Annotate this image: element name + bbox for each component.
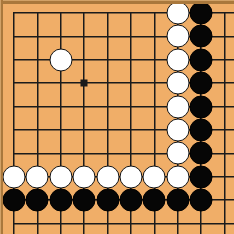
intersection-r3-c7[interactable]: [143, 48, 166, 71]
intersection-r7-c1[interactable]: [2, 142, 25, 165]
intersection-r3-c5[interactable]: [96, 48, 119, 71]
intersection-r5-c9[interactable]: [189, 95, 212, 118]
intersection-r5-c2[interactable]: [26, 95, 49, 118]
white-stone: [166, 72, 189, 95]
intersection-r8-c1[interactable]: [2, 165, 25, 188]
intersection-r10-c4[interactable]: [72, 212, 95, 234]
intersection-r4-c2[interactable]: [26, 71, 49, 94]
intersection-r6-c4[interactable]: [72, 118, 95, 141]
black-stone: [2, 189, 25, 212]
intersection-r4-c7[interactable]: [143, 71, 166, 94]
white-stone: [166, 1, 189, 24]
intersection-r1-c3[interactable]: [49, 1, 72, 24]
intersection-r10-c2[interactable]: [26, 212, 49, 234]
intersection-r3-c4[interactable]: [72, 48, 95, 71]
intersection-r8-c5[interactable]: [96, 165, 119, 188]
intersection-r2-c10[interactable]: [213, 25, 234, 48]
intersection-r9-c1[interactable]: [2, 188, 25, 211]
white-stone: [166, 118, 189, 141]
intersection-r8-c8[interactable]: [166, 165, 189, 188]
intersection-r7-c7[interactable]: [143, 142, 166, 165]
intersection-r4-c1[interactable]: [2, 71, 25, 94]
intersection-r8-c2[interactable]: [26, 165, 49, 188]
intersection-r1-c1[interactable]: [2, 1, 25, 24]
black-stone: [190, 189, 213, 212]
intersection-r5-c6[interactable]: [119, 95, 142, 118]
intersection-r7-c5[interactable]: [96, 142, 119, 165]
intersection-r10-c5[interactable]: [96, 212, 119, 234]
intersection-r9-c3[interactable]: [49, 188, 72, 211]
intersection-r2-c5[interactable]: [96, 25, 119, 48]
intersection-r4-c3[interactable]: [49, 71, 72, 94]
white-stone: [26, 165, 49, 188]
intersection-r6-c9[interactable]: [189, 118, 212, 141]
intersection-r4-c6[interactable]: [119, 71, 142, 94]
intersection-r2-c9[interactable]: [189, 25, 212, 48]
intersection-r7-c8[interactable]: [166, 142, 189, 165]
intersection-r1-c10[interactable]: [213, 1, 234, 24]
intersection-r9-c4[interactable]: [72, 188, 95, 211]
intersection-r9-c10[interactable]: [213, 188, 234, 211]
intersection-r9-c9[interactable]: [189, 188, 212, 211]
intersection-r2-c2[interactable]: [26, 25, 49, 48]
intersection-r8-c10[interactable]: [213, 165, 234, 188]
intersection-r10-c6[interactable]: [119, 212, 142, 234]
intersection-r8-c3[interactable]: [49, 165, 72, 188]
intersection-r6-c2[interactable]: [26, 118, 49, 141]
intersection-r8-c9[interactable]: [189, 165, 212, 188]
black-stone: [190, 72, 213, 95]
black-stone: [190, 25, 213, 48]
intersection-r3-c2[interactable]: [26, 48, 49, 71]
intersection-r6-c5[interactable]: [96, 118, 119, 141]
intersection-r6-c3[interactable]: [49, 118, 72, 141]
intersection-r7-c9[interactable]: [189, 142, 212, 165]
intersection-r4-c4[interactable]: [72, 71, 95, 94]
star-point-marker: [81, 80, 88, 87]
intersection-r5-c1[interactable]: [2, 95, 25, 118]
black-stone: [190, 118, 213, 141]
intersection-r4-c10[interactable]: [213, 71, 234, 94]
intersection-r5-c4[interactable]: [72, 95, 95, 118]
intersection-r8-c6[interactable]: [119, 165, 142, 188]
white-stone: [2, 165, 25, 188]
black-stone: [190, 165, 213, 188]
intersection-r9-c2[interactable]: [26, 188, 49, 211]
black-stone: [166, 189, 189, 212]
black-stone: [26, 189, 49, 212]
intersection-r7-c6[interactable]: [119, 142, 142, 165]
intersection-r4-c8[interactable]: [166, 71, 189, 94]
intersection-r5-c8[interactable]: [166, 95, 189, 118]
intersection-r8-c7[interactable]: [143, 165, 166, 188]
intersection-r10-c8[interactable]: [166, 212, 189, 234]
intersection-r3-c1[interactable]: [2, 48, 25, 71]
intersection-r6-c8[interactable]: [166, 118, 189, 141]
intersection-r4-c5[interactable]: [96, 71, 119, 94]
white-stone: [96, 165, 119, 188]
go-board-grid: [2, 1, 234, 234]
intersection-r8-c4[interactable]: [72, 165, 95, 188]
intersection-r7-c10[interactable]: [213, 142, 234, 165]
intersection-r1-c8[interactable]: [166, 1, 189, 24]
intersection-r1-c6[interactable]: [119, 1, 142, 24]
board-frame-top-edge: [0, 0, 234, 4]
intersection-r3-c6[interactable]: [119, 48, 142, 71]
intersection-r10-c3[interactable]: [49, 212, 72, 234]
intersection-r9-c7[interactable]: [143, 188, 166, 211]
intersection-r5-c3[interactable]: [49, 95, 72, 118]
white-stone: [166, 142, 189, 165]
intersection-r3-c9[interactable]: [189, 48, 212, 71]
black-stone: [49, 189, 72, 212]
white-stone: [166, 165, 189, 188]
intersection-r6-c10[interactable]: [213, 118, 234, 141]
intersection-r7-c3[interactable]: [49, 142, 72, 165]
intersection-r3-c10[interactable]: [213, 48, 234, 71]
intersection-r5-c10[interactable]: [213, 95, 234, 118]
black-stone: [119, 189, 142, 212]
intersection-r4-c9[interactable]: [189, 71, 212, 94]
intersection-r10-c9[interactable]: [189, 212, 212, 234]
intersection-r3-c3[interactable]: [49, 48, 72, 71]
go-board: [0, 0, 234, 234]
intersection-r2-c6[interactable]: [119, 25, 142, 48]
intersection-r2-c7[interactable]: [143, 25, 166, 48]
intersection-r9-c8[interactable]: [166, 188, 189, 211]
intersection-r10-c7[interactable]: [143, 212, 166, 234]
intersection-r10-c10[interactable]: [213, 212, 234, 234]
intersection-r10-c1[interactable]: [2, 212, 25, 234]
intersection-r6-c6[interactable]: [119, 118, 142, 141]
intersection-r2-c3[interactable]: [49, 25, 72, 48]
white-stone: [166, 25, 189, 48]
intersection-r7-c4[interactable]: [72, 142, 95, 165]
white-stone: [49, 165, 72, 188]
intersection-r6-c7[interactable]: [143, 118, 166, 141]
white-stone: [73, 165, 96, 188]
white-stone: [119, 165, 142, 188]
black-stone: [143, 189, 166, 212]
intersection-r2-c8[interactable]: [166, 25, 189, 48]
intersection-r1-c9[interactable]: [189, 1, 212, 24]
white-stone: [143, 165, 166, 188]
intersection-r6-c1[interactable]: [2, 118, 25, 141]
intersection-r1-c7[interactable]: [143, 1, 166, 24]
black-stone: [190, 1, 213, 24]
white-stone: [166, 48, 189, 71]
white-stone: [166, 95, 189, 118]
intersection-r1-c4[interactable]: [72, 1, 95, 24]
intersection-r1-c2[interactable]: [26, 1, 49, 24]
black-stone: [73, 189, 96, 212]
black-stone: [96, 189, 119, 212]
board-frame-left-edge: [0, 0, 3, 234]
intersection-r2-c4[interactable]: [72, 25, 95, 48]
black-stone: [190, 48, 213, 71]
intersection-r9-c6[interactable]: [119, 188, 142, 211]
intersection-r1-c5[interactable]: [96, 1, 119, 24]
intersection-r3-c8[interactable]: [166, 48, 189, 71]
black-stone: [190, 142, 213, 165]
black-stone: [190, 95, 213, 118]
intersection-r2-c1[interactable]: [2, 25, 25, 48]
screenshot: [0, 0, 234, 234]
intersection-r5-c7[interactable]: [143, 95, 166, 118]
intersection-r5-c5[interactable]: [96, 95, 119, 118]
intersection-r9-c5[interactable]: [96, 188, 119, 211]
white-stone: [49, 48, 72, 71]
intersection-r7-c2[interactable]: [26, 142, 49, 165]
